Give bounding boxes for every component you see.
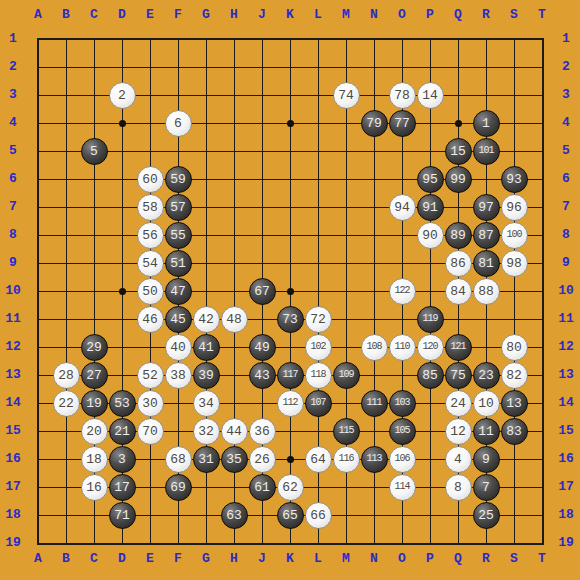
board-intersection-T8[interactable]: [528, 221, 556, 249]
board-intersection-T12[interactable]: [528, 333, 556, 361]
board-intersection-B14[interactable]: 22: [52, 389, 80, 417]
board-intersection-L1[interactable]: [304, 25, 332, 53]
board-intersection-K7[interactable]: [276, 193, 304, 221]
board-intersection-S2[interactable]: [500, 53, 528, 81]
board-intersection-N9[interactable]: [360, 249, 388, 277]
board-intersection-R8[interactable]: 87: [472, 221, 500, 249]
board-intersection-L6[interactable]: [304, 165, 332, 193]
board-intersection-G1[interactable]: [192, 25, 220, 53]
board-intersection-K18[interactable]: 65: [276, 501, 304, 529]
board-intersection-P4[interactable]: [416, 109, 444, 137]
board-intersection-A13[interactable]: [24, 361, 52, 389]
board-intersection-E17[interactable]: [136, 473, 164, 501]
board-intersection-L12[interactable]: 102: [304, 333, 332, 361]
board-intersection-D7[interactable]: [108, 193, 136, 221]
board-intersection-G3[interactable]: [192, 81, 220, 109]
board-intersection-C9[interactable]: [80, 249, 108, 277]
board-intersection-Q11[interactable]: [444, 305, 472, 333]
board-intersection-J11[interactable]: [248, 305, 276, 333]
board-intersection-F6[interactable]: 59: [164, 165, 192, 193]
board-intersection-B15[interactable]: [52, 417, 80, 445]
board-intersection-J1[interactable]: [248, 25, 276, 53]
board-intersection-N1[interactable]: [360, 25, 388, 53]
board-intersection-A3[interactable]: [24, 81, 52, 109]
board-intersection-N8[interactable]: [360, 221, 388, 249]
board-intersection-D5[interactable]: [108, 137, 136, 165]
board-intersection-A2[interactable]: [24, 53, 52, 81]
board-intersection-T13[interactable]: [528, 361, 556, 389]
board-intersection-E8[interactable]: 56: [136, 221, 164, 249]
board-intersection-M15[interactable]: 115: [332, 417, 360, 445]
board-intersection-S8[interactable]: 100: [500, 221, 528, 249]
board-intersection-M18[interactable]: [332, 501, 360, 529]
board-intersection-D2[interactable]: [108, 53, 136, 81]
board-intersection-D1[interactable]: [108, 25, 136, 53]
board-intersection-D8[interactable]: [108, 221, 136, 249]
board-intersection-K4[interactable]: [276, 109, 304, 137]
board-intersection-Q10[interactable]: 84: [444, 277, 472, 305]
board-intersection-N12[interactable]: 108: [360, 333, 388, 361]
board-intersection-T11[interactable]: [528, 305, 556, 333]
board-intersection-R9[interactable]: 81: [472, 249, 500, 277]
board-intersection-R5[interactable]: 101: [472, 137, 500, 165]
board-intersection-N10[interactable]: [360, 277, 388, 305]
board-intersection-B4[interactable]: [52, 109, 80, 137]
board-intersection-T2[interactable]: [528, 53, 556, 81]
board-intersection-O17[interactable]: 114: [388, 473, 416, 501]
board-intersection-S13[interactable]: 82: [500, 361, 528, 389]
board-intersection-D10[interactable]: [108, 277, 136, 305]
board-intersection-K3[interactable]: [276, 81, 304, 109]
board-intersection-B16[interactable]: [52, 445, 80, 473]
board-intersection-K17[interactable]: 62: [276, 473, 304, 501]
board-intersection-E16[interactable]: [136, 445, 164, 473]
board-intersection-S4[interactable]: [500, 109, 528, 137]
board-intersection-J13[interactable]: 43: [248, 361, 276, 389]
board-intersection-E14[interactable]: 30: [136, 389, 164, 417]
board-intersection-P6[interactable]: 95: [416, 165, 444, 193]
board-intersection-O1[interactable]: [388, 25, 416, 53]
board-intersection-K10[interactable]: [276, 277, 304, 305]
board-intersection-N16[interactable]: 113: [360, 445, 388, 473]
board-intersection-H15[interactable]: 44: [220, 417, 248, 445]
board-intersection-K8[interactable]: [276, 221, 304, 249]
board-intersection-S15[interactable]: 83: [500, 417, 528, 445]
board-intersection-A1[interactable]: [24, 25, 52, 53]
board-intersection-S10[interactable]: [500, 277, 528, 305]
board-intersection-P10[interactable]: [416, 277, 444, 305]
board-intersection-J15[interactable]: 36: [248, 417, 276, 445]
board-intersection-R4[interactable]: 1: [472, 109, 500, 137]
board-intersection-M2[interactable]: [332, 53, 360, 81]
board-intersection-O14[interactable]: 103: [388, 389, 416, 417]
board-intersection-T16[interactable]: [528, 445, 556, 473]
board-intersection-G9[interactable]: [192, 249, 220, 277]
board-intersection-T17[interactable]: [528, 473, 556, 501]
board-intersection-A16[interactable]: [24, 445, 52, 473]
board-intersection-D13[interactable]: [108, 361, 136, 389]
board-intersection-C18[interactable]: [80, 501, 108, 529]
board-intersection-T14[interactable]: [528, 389, 556, 417]
board-intersection-G14[interactable]: 34: [192, 389, 220, 417]
board-intersection-D6[interactable]: [108, 165, 136, 193]
board-intersection-J16[interactable]: 26: [248, 445, 276, 473]
board-intersection-J18[interactable]: [248, 501, 276, 529]
board-intersection-P18[interactable]: [416, 501, 444, 529]
board-intersection-C7[interactable]: [80, 193, 108, 221]
board-intersection-H3[interactable]: [220, 81, 248, 109]
board-intersection-J12[interactable]: 49: [248, 333, 276, 361]
board-intersection-P7[interactable]: 91: [416, 193, 444, 221]
board-intersection-B10[interactable]: [52, 277, 80, 305]
board-intersection-K15[interactable]: [276, 417, 304, 445]
board-intersection-L15[interactable]: [304, 417, 332, 445]
board-intersection-N7[interactable]: [360, 193, 388, 221]
board-intersection-M14[interactable]: [332, 389, 360, 417]
board-intersection-O2[interactable]: [388, 53, 416, 81]
board-intersection-E4[interactable]: [136, 109, 164, 137]
board-intersection-B7[interactable]: [52, 193, 80, 221]
board-intersection-A7[interactable]: [24, 193, 52, 221]
board-intersection-K2[interactable]: [276, 53, 304, 81]
board-intersection-Q6[interactable]: 99: [444, 165, 472, 193]
board-intersection-O8[interactable]: [388, 221, 416, 249]
board-intersection-B1[interactable]: [52, 25, 80, 53]
board-intersection-Q17[interactable]: 8: [444, 473, 472, 501]
board-intersection-K5[interactable]: [276, 137, 304, 165]
board-intersection-R14[interactable]: 10: [472, 389, 500, 417]
board-intersection-T1[interactable]: [528, 25, 556, 53]
board-intersection-H4[interactable]: [220, 109, 248, 137]
board-intersection-L8[interactable]: [304, 221, 332, 249]
board-intersection-B6[interactable]: [52, 165, 80, 193]
board-intersection-P16[interactable]: [416, 445, 444, 473]
board-intersection-M13[interactable]: 109: [332, 361, 360, 389]
board-intersection-K9[interactable]: [276, 249, 304, 277]
board-intersection-G8[interactable]: [192, 221, 220, 249]
board-intersection-Q16[interactable]: 4: [444, 445, 472, 473]
board-intersection-G17[interactable]: [192, 473, 220, 501]
board-intersection-E5[interactable]: [136, 137, 164, 165]
board-intersection-N15[interactable]: [360, 417, 388, 445]
board-intersection-T4[interactable]: [528, 109, 556, 137]
board-intersection-N4[interactable]: 79: [360, 109, 388, 137]
board-intersection-F11[interactable]: 45: [164, 305, 192, 333]
board-intersection-A14[interactable]: [24, 389, 52, 417]
board-intersection-E15[interactable]: 70: [136, 417, 164, 445]
board-intersection-R13[interactable]: 23: [472, 361, 500, 389]
board-intersection-E9[interactable]: 54: [136, 249, 164, 277]
board-intersection-G7[interactable]: [192, 193, 220, 221]
board-intersection-J7[interactable]: [248, 193, 276, 221]
board-intersection-A6[interactable]: [24, 165, 52, 193]
board-intersection-S17[interactable]: [500, 473, 528, 501]
board-intersection-S16[interactable]: [500, 445, 528, 473]
board-intersection-M4[interactable]: [332, 109, 360, 137]
board-intersection-C16[interactable]: 18: [80, 445, 108, 473]
board-intersection-E1[interactable]: [136, 25, 164, 53]
board-intersection-F5[interactable]: [164, 137, 192, 165]
board-intersection-O13[interactable]: [388, 361, 416, 389]
board-intersection-S6[interactable]: 93: [500, 165, 528, 193]
board-intersection-R17[interactable]: 7: [472, 473, 500, 501]
board-intersection-R1[interactable]: [472, 25, 500, 53]
board-intersection-B8[interactable]: [52, 221, 80, 249]
board-intersection-E6[interactable]: 60: [136, 165, 164, 193]
board-intersection-K16[interactable]: [276, 445, 304, 473]
board-intersection-P9[interactable]: [416, 249, 444, 277]
board-intersection-H13[interactable]: [220, 361, 248, 389]
board-intersection-M12[interactable]: [332, 333, 360, 361]
board-intersection-L2[interactable]: [304, 53, 332, 81]
board-intersection-O15[interactable]: 105: [388, 417, 416, 445]
board-intersection-S3[interactable]: [500, 81, 528, 109]
board-intersection-G4[interactable]: [192, 109, 220, 137]
board-intersection-C1[interactable]: [80, 25, 108, 53]
board-intersection-P3[interactable]: 14: [416, 81, 444, 109]
board-intersection-F15[interactable]: [164, 417, 192, 445]
board-intersection-S1[interactable]: [500, 25, 528, 53]
board-intersection-J4[interactable]: [248, 109, 276, 137]
board-intersection-L3[interactable]: [304, 81, 332, 109]
board-intersection-J2[interactable]: [248, 53, 276, 81]
board-intersection-T10[interactable]: [528, 277, 556, 305]
board-intersection-C15[interactable]: 20: [80, 417, 108, 445]
board-intersection-Q4[interactable]: [444, 109, 472, 137]
board-intersection-N2[interactable]: [360, 53, 388, 81]
board-intersection-R3[interactable]: [472, 81, 500, 109]
board-intersection-R11[interactable]: [472, 305, 500, 333]
board-intersection-J10[interactable]: 67: [248, 277, 276, 305]
board-intersection-O6[interactable]: [388, 165, 416, 193]
board-intersection-N5[interactable]: [360, 137, 388, 165]
board-intersection-P12[interactable]: 120: [416, 333, 444, 361]
board-intersection-F10[interactable]: 47: [164, 277, 192, 305]
board-intersection-H9[interactable]: [220, 249, 248, 277]
board-intersection-F17[interactable]: 69: [164, 473, 192, 501]
board-intersection-A9[interactable]: [24, 249, 52, 277]
board-intersection-H7[interactable]: [220, 193, 248, 221]
board-intersection-F8[interactable]: 55: [164, 221, 192, 249]
board-intersection-N17[interactable]: [360, 473, 388, 501]
board-intersection-M1[interactable]: [332, 25, 360, 53]
board-intersection-L17[interactable]: [304, 473, 332, 501]
board-intersection-Q8[interactable]: 89: [444, 221, 472, 249]
board-intersection-S5[interactable]: [500, 137, 528, 165]
board-intersection-Q18[interactable]: [444, 501, 472, 529]
board-intersection-E3[interactable]: [136, 81, 164, 109]
board-intersection-H1[interactable]: [220, 25, 248, 53]
board-intersection-C3[interactable]: [80, 81, 108, 109]
board-intersection-L13[interactable]: 118: [304, 361, 332, 389]
board-intersection-M10[interactable]: [332, 277, 360, 305]
board-intersection-F12[interactable]: 40: [164, 333, 192, 361]
board-intersection-A10[interactable]: [24, 277, 52, 305]
board-intersection-T6[interactable]: [528, 165, 556, 193]
board-intersection-O3[interactable]: 78: [388, 81, 416, 109]
board-intersection-F2[interactable]: [164, 53, 192, 81]
board-intersection-F13[interactable]: 38: [164, 361, 192, 389]
board-intersection-T7[interactable]: [528, 193, 556, 221]
board-intersection-O9[interactable]: [388, 249, 416, 277]
board-intersection-T3[interactable]: [528, 81, 556, 109]
board-intersection-C10[interactable]: [80, 277, 108, 305]
board-intersection-N13[interactable]: [360, 361, 388, 389]
board-intersection-A4[interactable]: [24, 109, 52, 137]
board-intersection-G12[interactable]: 41: [192, 333, 220, 361]
board-intersection-L11[interactable]: 72: [304, 305, 332, 333]
board-intersection-Q2[interactable]: [444, 53, 472, 81]
board-intersection-A8[interactable]: [24, 221, 52, 249]
board-intersection-B2[interactable]: [52, 53, 80, 81]
board-intersection-M8[interactable]: [332, 221, 360, 249]
board-intersection-C6[interactable]: [80, 165, 108, 193]
board-intersection-M5[interactable]: [332, 137, 360, 165]
board-intersection-H18[interactable]: 63: [220, 501, 248, 529]
board-intersection-K13[interactable]: 117: [276, 361, 304, 389]
board-intersection-C4[interactable]: [80, 109, 108, 137]
board-intersection-A12[interactable]: [24, 333, 52, 361]
board-intersection-O5[interactable]: [388, 137, 416, 165]
board-intersection-M16[interactable]: 116: [332, 445, 360, 473]
board-intersection-R10[interactable]: 88: [472, 277, 500, 305]
board-intersection-G6[interactable]: [192, 165, 220, 193]
board-intersection-A11[interactable]: [24, 305, 52, 333]
board-intersection-L16[interactable]: 64: [304, 445, 332, 473]
board-intersection-L5[interactable]: [304, 137, 332, 165]
board-intersection-D11[interactable]: [108, 305, 136, 333]
board-intersection-H10[interactable]: [220, 277, 248, 305]
board-intersection-T5[interactable]: [528, 137, 556, 165]
board-intersection-F9[interactable]: 51: [164, 249, 192, 277]
board-intersection-Q9[interactable]: 86: [444, 249, 472, 277]
board-intersection-D17[interactable]: 17: [108, 473, 136, 501]
board-intersection-P15[interactable]: [416, 417, 444, 445]
board-intersection-B11[interactable]: [52, 305, 80, 333]
board-intersection-O7[interactable]: 94: [388, 193, 416, 221]
board-intersection-L9[interactable]: [304, 249, 332, 277]
board-intersection-R2[interactable]: [472, 53, 500, 81]
board-intersection-C17[interactable]: 16: [80, 473, 108, 501]
board-intersection-B17[interactable]: [52, 473, 80, 501]
board-intersection-F14[interactable]: [164, 389, 192, 417]
board-intersection-J5[interactable]: [248, 137, 276, 165]
board-intersection-C14[interactable]: 19: [80, 389, 108, 417]
board-intersection-H16[interactable]: 35: [220, 445, 248, 473]
board-intersection-T9[interactable]: [528, 249, 556, 277]
board-intersection-D9[interactable]: [108, 249, 136, 277]
board-intersection-L18[interactable]: 66: [304, 501, 332, 529]
board-intersection-H12[interactable]: [220, 333, 248, 361]
board-intersection-E12[interactable]: [136, 333, 164, 361]
board-intersection-D18[interactable]: 71: [108, 501, 136, 529]
board-intersection-J8[interactable]: [248, 221, 276, 249]
board-intersection-S18[interactable]: [500, 501, 528, 529]
board-intersection-J17[interactable]: 61: [248, 473, 276, 501]
board-intersection-N14[interactable]: 111: [360, 389, 388, 417]
board-intersection-P8[interactable]: 90: [416, 221, 444, 249]
board-intersection-P17[interactable]: [416, 473, 444, 501]
board-intersection-C2[interactable]: [80, 53, 108, 81]
board-intersection-P11[interactable]: 119: [416, 305, 444, 333]
board-intersection-C12[interactable]: 29: [80, 333, 108, 361]
board-intersection-O10[interactable]: 122: [388, 277, 416, 305]
board-intersection-P14[interactable]: [416, 389, 444, 417]
board-intersection-E13[interactable]: 52: [136, 361, 164, 389]
board-intersection-Q14[interactable]: 24: [444, 389, 472, 417]
board-intersection-Q1[interactable]: [444, 25, 472, 53]
board-intersection-R16[interactable]: 9: [472, 445, 500, 473]
board-intersection-H2[interactable]: [220, 53, 248, 81]
board-intersection-F4[interactable]: 6: [164, 109, 192, 137]
board-intersection-K12[interactable]: [276, 333, 304, 361]
board-intersection-F1[interactable]: [164, 25, 192, 53]
board-intersection-C5[interactable]: 5: [80, 137, 108, 165]
board-intersection-P1[interactable]: [416, 25, 444, 53]
board-intersection-A17[interactable]: [24, 473, 52, 501]
board-intersection-D14[interactable]: 53: [108, 389, 136, 417]
board-intersection-B13[interactable]: 28: [52, 361, 80, 389]
board-intersection-M17[interactable]: [332, 473, 360, 501]
board-intersection-F16[interactable]: 68: [164, 445, 192, 473]
board-intersection-K14[interactable]: 112: [276, 389, 304, 417]
board-intersection-N11[interactable]: [360, 305, 388, 333]
board-intersection-T18[interactable]: [528, 501, 556, 529]
board-intersection-B5[interactable]: [52, 137, 80, 165]
board-intersection-H14[interactable]: [220, 389, 248, 417]
board-intersection-A18[interactable]: [24, 501, 52, 529]
board-intersection-C13[interactable]: 27: [80, 361, 108, 389]
board-intersection-O4[interactable]: 77: [388, 109, 416, 137]
board-intersection-N3[interactable]: [360, 81, 388, 109]
board-intersection-G10[interactable]: [192, 277, 220, 305]
board-intersection-J9[interactable]: [248, 249, 276, 277]
board-intersection-N6[interactable]: [360, 165, 388, 193]
board-intersection-E11[interactable]: 46: [136, 305, 164, 333]
board-intersection-G2[interactable]: [192, 53, 220, 81]
board-intersection-E2[interactable]: [136, 53, 164, 81]
board-intersection-B3[interactable]: [52, 81, 80, 109]
board-intersection-G15[interactable]: 32: [192, 417, 220, 445]
board-intersection-J3[interactable]: [248, 81, 276, 109]
board-intersection-M7[interactable]: [332, 193, 360, 221]
board-intersection-B12[interactable]: [52, 333, 80, 361]
board-intersection-M6[interactable]: [332, 165, 360, 193]
board-intersection-B18[interactable]: [52, 501, 80, 529]
board-intersection-T15[interactable]: [528, 417, 556, 445]
board-intersection-H8[interactable]: [220, 221, 248, 249]
board-intersection-A15[interactable]: [24, 417, 52, 445]
board-intersection-M3[interactable]: 74: [332, 81, 360, 109]
board-intersection-Q12[interactable]: 121: [444, 333, 472, 361]
board-intersection-D12[interactable]: [108, 333, 136, 361]
board-intersection-P5[interactable]: [416, 137, 444, 165]
board-intersection-K1[interactable]: [276, 25, 304, 53]
board-intersection-K6[interactable]: [276, 165, 304, 193]
board-intersection-F3[interactable]: [164, 81, 192, 109]
board-intersection-D16[interactable]: 3: [108, 445, 136, 473]
board-intersection-H6[interactable]: [220, 165, 248, 193]
board-intersection-R7[interactable]: 97: [472, 193, 500, 221]
board-intersection-K11[interactable]: 73: [276, 305, 304, 333]
board-intersection-G13[interactable]: 39: [192, 361, 220, 389]
board-intersection-Q3[interactable]: [444, 81, 472, 109]
board-intersection-H17[interactable]: [220, 473, 248, 501]
board-intersection-R6[interactable]: [472, 165, 500, 193]
board-intersection-R15[interactable]: 11: [472, 417, 500, 445]
board-intersection-M9[interactable]: [332, 249, 360, 277]
board-intersection-C8[interactable]: [80, 221, 108, 249]
